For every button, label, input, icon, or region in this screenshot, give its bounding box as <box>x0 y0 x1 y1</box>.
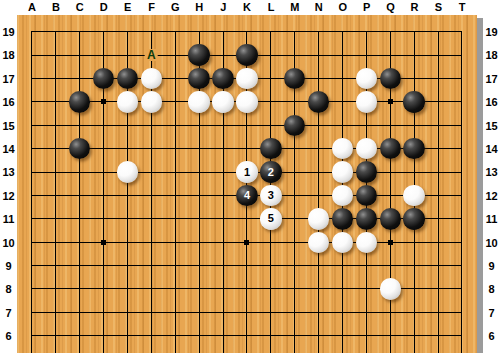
intersection[interactable] <box>283 231 307 254</box>
intersection[interactable] <box>92 184 116 207</box>
intersection[interactable] <box>187 207 211 230</box>
intersection[interactable] <box>450 207 474 230</box>
intersection[interactable] <box>211 207 235 230</box>
intersection[interactable] <box>354 20 378 43</box>
intersection[interactable] <box>211 20 235 43</box>
intersection[interactable]: 1 <box>235 160 259 183</box>
intersection[interactable] <box>116 114 140 137</box>
intersection[interactable] <box>235 90 259 113</box>
intersection[interactable] <box>116 207 140 230</box>
move-number-label: 1 <box>244 167 250 178</box>
intersection[interactable] <box>163 20 187 43</box>
intersection[interactable] <box>354 254 378 277</box>
intersection[interactable] <box>44 301 68 324</box>
intersection[interactable] <box>68 277 92 300</box>
intersection[interactable] <box>116 160 140 183</box>
intersection[interactable] <box>139 114 163 137</box>
intersection[interactable] <box>139 184 163 207</box>
intersection[interactable] <box>68 347 92 353</box>
intersection[interactable] <box>402 184 426 207</box>
intersection[interactable] <box>163 231 187 254</box>
intersection[interactable] <box>354 67 378 90</box>
intersection[interactable] <box>187 254 211 277</box>
intersection[interactable] <box>450 231 474 254</box>
intersection[interactable] <box>402 254 426 277</box>
intersection[interactable] <box>378 20 402 43</box>
intersection[interactable] <box>20 114 44 137</box>
intersection[interactable] <box>402 20 426 43</box>
intersection[interactable] <box>187 160 211 183</box>
intersection[interactable] <box>450 347 474 353</box>
intersection[interactable]: 4 <box>235 184 259 207</box>
intersection[interactable] <box>68 67 92 90</box>
intersection[interactable] <box>20 43 44 66</box>
intersection[interactable] <box>354 160 378 183</box>
intersection[interactable] <box>307 67 331 90</box>
intersection[interactable] <box>307 184 331 207</box>
intersection[interactable] <box>211 90 235 113</box>
intersection[interactable]: 3 <box>259 184 283 207</box>
intersection[interactable] <box>307 301 331 324</box>
intersection[interactable] <box>235 43 259 66</box>
intersection[interactable] <box>307 231 331 254</box>
intersection[interactable] <box>68 184 92 207</box>
intersection[interactable] <box>402 231 426 254</box>
intersection[interactable] <box>44 184 68 207</box>
intersection[interactable] <box>116 20 140 43</box>
intersection[interactable] <box>92 20 116 43</box>
intersection[interactable] <box>116 324 140 347</box>
intersection[interactable] <box>378 67 402 90</box>
intersection[interactable] <box>426 67 450 90</box>
intersection[interactable] <box>139 160 163 183</box>
intersection[interactable] <box>211 301 235 324</box>
intersection[interactable] <box>68 254 92 277</box>
intersection[interactable] <box>187 20 211 43</box>
intersection[interactable] <box>283 207 307 230</box>
intersection[interactable] <box>307 207 331 230</box>
intersection[interactable] <box>20 301 44 324</box>
intersection[interactable] <box>354 114 378 137</box>
intersection[interactable] <box>20 184 44 207</box>
intersection[interactable] <box>187 43 211 66</box>
intersection[interactable] <box>378 324 402 347</box>
intersection[interactable] <box>116 184 140 207</box>
move-number-label: 3 <box>268 190 274 201</box>
intersection[interactable] <box>139 301 163 324</box>
intersection[interactable] <box>139 90 163 113</box>
intersection[interactable] <box>44 114 68 137</box>
intersection[interactable] <box>211 231 235 254</box>
move-3-stone: 3 <box>260 185 282 207</box>
intersection[interactable] <box>259 90 283 113</box>
intersection[interactable] <box>163 43 187 66</box>
intersection[interactable] <box>163 90 187 113</box>
intersection[interactable] <box>44 20 68 43</box>
intersection[interactable] <box>92 254 116 277</box>
intersection[interactable] <box>116 67 140 90</box>
intersection[interactable] <box>402 324 426 347</box>
intersection[interactable] <box>378 254 402 277</box>
intersection[interactable] <box>450 277 474 300</box>
intersection[interactable] <box>20 347 44 353</box>
intersection[interactable] <box>402 301 426 324</box>
intersection[interactable] <box>92 301 116 324</box>
intersection[interactable] <box>283 184 307 207</box>
intersection[interactable] <box>20 254 44 277</box>
intersection[interactable] <box>378 301 402 324</box>
intersection[interactable] <box>354 137 378 160</box>
intersection[interactable] <box>187 137 211 160</box>
intersection[interactable] <box>211 67 235 90</box>
intersection[interactable]: 2 <box>259 160 283 183</box>
intersection[interactable] <box>283 277 307 300</box>
intersection[interactable] <box>378 277 402 300</box>
intersection[interactable] <box>116 254 140 277</box>
intersection[interactable] <box>354 277 378 300</box>
intersection[interactable] <box>426 324 450 347</box>
intersection[interactable] <box>283 324 307 347</box>
intersection[interactable] <box>68 231 92 254</box>
intersection[interactable] <box>92 137 116 160</box>
intersection[interactable] <box>139 277 163 300</box>
intersection[interactable] <box>235 347 259 353</box>
intersection[interactable] <box>331 301 355 324</box>
intersection[interactable] <box>163 277 187 300</box>
intersection[interactable] <box>187 90 211 113</box>
intersection[interactable] <box>92 207 116 230</box>
intersection[interactable] <box>44 207 68 230</box>
intersection[interactable] <box>331 347 355 353</box>
intersection[interactable] <box>331 207 355 230</box>
intersection[interactable] <box>163 67 187 90</box>
intersection[interactable] <box>235 67 259 90</box>
intersection[interactable] <box>331 20 355 43</box>
intersection[interactable] <box>378 184 402 207</box>
intersection[interactable] <box>331 43 355 66</box>
column-label: C <box>68 1 92 13</box>
intersection[interactable] <box>163 301 187 324</box>
intersection[interactable] <box>211 254 235 277</box>
intersection[interactable] <box>402 137 426 160</box>
intersection[interactable] <box>20 277 44 300</box>
intersection[interactable] <box>354 231 378 254</box>
intersection[interactable] <box>259 301 283 324</box>
intersection[interactable] <box>378 137 402 160</box>
black-stone <box>403 208 425 230</box>
intersection[interactable] <box>20 207 44 230</box>
intersection[interactable] <box>378 160 402 183</box>
intersection[interactable] <box>307 90 331 113</box>
intersection[interactable] <box>354 184 378 207</box>
row-label-left: 15 <box>0 119 17 133</box>
intersection[interactable] <box>44 67 68 90</box>
intersection[interactable] <box>378 347 402 353</box>
intersection[interactable] <box>68 160 92 183</box>
intersection[interactable] <box>402 114 426 137</box>
intersection[interactable] <box>116 301 140 324</box>
intersection[interactable]: A <box>139 43 163 66</box>
intersection[interactable] <box>426 184 450 207</box>
intersection[interactable] <box>259 254 283 277</box>
row-label-right: 15 <box>483 119 500 133</box>
intersection[interactable] <box>235 254 259 277</box>
intersection[interactable] <box>163 207 187 230</box>
intersection[interactable] <box>116 347 140 353</box>
intersection[interactable] <box>426 277 450 300</box>
intersection[interactable] <box>450 90 474 113</box>
intersection[interactable] <box>187 347 211 353</box>
intersection[interactable] <box>92 324 116 347</box>
intersection[interactable] <box>68 324 92 347</box>
intersection[interactable] <box>235 207 259 230</box>
intersection[interactable] <box>426 137 450 160</box>
intersection[interactable] <box>450 137 474 160</box>
intersection[interactable] <box>211 160 235 183</box>
intersection[interactable] <box>20 137 44 160</box>
intersection[interactable] <box>426 231 450 254</box>
intersection[interactable] <box>211 347 235 353</box>
intersection[interactable] <box>331 324 355 347</box>
intersection[interactable] <box>259 43 283 66</box>
intersection[interactable] <box>211 184 235 207</box>
intersection[interactable] <box>139 207 163 230</box>
intersection[interactable] <box>259 347 283 353</box>
intersection[interactable] <box>68 43 92 66</box>
intersection[interactable] <box>211 324 235 347</box>
intersection[interactable] <box>68 20 92 43</box>
intersection[interactable] <box>259 20 283 43</box>
intersection[interactable] <box>354 324 378 347</box>
white-stone <box>117 91 139 113</box>
intersection[interactable] <box>44 137 68 160</box>
intersection[interactable] <box>20 90 44 113</box>
row-label-right: 11 <box>483 212 500 226</box>
intersection[interactable] <box>426 347 450 353</box>
intersection[interactable] <box>44 90 68 113</box>
intersection[interactable] <box>44 324 68 347</box>
intersection[interactable] <box>44 231 68 254</box>
intersection[interactable] <box>187 184 211 207</box>
intersection[interactable] <box>283 347 307 353</box>
intersection[interactable] <box>426 20 450 43</box>
white-stone <box>332 185 354 207</box>
intersection[interactable] <box>211 137 235 160</box>
intersection[interactable] <box>307 43 331 66</box>
intersection[interactable] <box>450 114 474 137</box>
intersection[interactable] <box>163 324 187 347</box>
intersection[interactable] <box>283 43 307 66</box>
intersection[interactable] <box>44 43 68 66</box>
intersection[interactable] <box>187 324 211 347</box>
intersection[interactable] <box>426 301 450 324</box>
intersection[interactable] <box>331 90 355 113</box>
intersection[interactable] <box>450 67 474 90</box>
intersection[interactable] <box>44 347 68 353</box>
white-stone <box>356 138 378 160</box>
star-point <box>388 240 393 245</box>
intersection[interactable] <box>163 254 187 277</box>
intersection[interactable] <box>163 184 187 207</box>
intersection[interactable] <box>307 114 331 137</box>
intersection[interactable] <box>20 324 44 347</box>
intersection[interactable] <box>139 324 163 347</box>
intersection[interactable] <box>187 231 211 254</box>
intersection[interactable] <box>68 114 92 137</box>
intersection[interactable] <box>331 114 355 137</box>
intersection[interactable] <box>283 67 307 90</box>
intersection[interactable] <box>187 67 211 90</box>
intersection[interactable] <box>211 277 235 300</box>
intersection[interactable] <box>307 324 331 347</box>
intersection[interactable] <box>378 231 402 254</box>
intersection[interactable] <box>307 277 331 300</box>
intersection[interactable] <box>450 254 474 277</box>
intersection[interactable] <box>139 137 163 160</box>
intersection[interactable] <box>283 254 307 277</box>
intersection[interactable] <box>259 137 283 160</box>
intersection[interactable] <box>211 43 235 66</box>
intersection[interactable] <box>92 347 116 353</box>
intersection[interactable] <box>235 20 259 43</box>
intersection[interactable] <box>426 160 450 183</box>
intersection[interactable] <box>283 301 307 324</box>
intersection[interactable] <box>44 160 68 183</box>
intersection[interactable] <box>450 324 474 347</box>
intersection[interactable] <box>163 114 187 137</box>
row-label-left: 18 <box>0 48 17 62</box>
intersection[interactable] <box>20 231 44 254</box>
intersection[interactable] <box>44 254 68 277</box>
intersection[interactable] <box>163 137 187 160</box>
intersection[interactable] <box>92 43 116 66</box>
intersection[interactable] <box>187 114 211 137</box>
intersection[interactable] <box>331 184 355 207</box>
intersection[interactable] <box>20 67 44 90</box>
intersection[interactable] <box>331 231 355 254</box>
intersection[interactable] <box>116 231 140 254</box>
intersection[interactable] <box>163 347 187 353</box>
star-point <box>244 240 249 245</box>
intersection[interactable] <box>402 67 426 90</box>
intersection[interactable] <box>68 301 92 324</box>
intersection[interactable] <box>235 114 259 137</box>
intersection[interactable] <box>259 231 283 254</box>
intersection[interactable] <box>307 160 331 183</box>
intersection[interactable] <box>211 114 235 137</box>
intersection[interactable] <box>235 231 259 254</box>
intersection[interactable] <box>259 67 283 90</box>
intersection[interactable] <box>116 137 140 160</box>
intersection[interactable] <box>187 277 211 300</box>
intersection[interactable] <box>378 43 402 66</box>
intersection[interactable] <box>259 277 283 300</box>
intersection[interactable] <box>450 184 474 207</box>
intersection[interactable] <box>331 137 355 160</box>
intersection[interactable] <box>331 160 355 183</box>
intersection[interactable] <box>307 254 331 277</box>
intersection[interactable] <box>259 324 283 347</box>
intersection[interactable] <box>235 137 259 160</box>
intersection[interactable] <box>450 160 474 183</box>
intersection[interactable] <box>450 301 474 324</box>
intersection[interactable] <box>92 67 116 90</box>
intersection[interactable] <box>354 90 378 113</box>
intersection[interactable] <box>354 207 378 230</box>
intersection[interactable] <box>139 347 163 353</box>
intersection[interactable] <box>116 277 140 300</box>
intersection[interactable] <box>402 277 426 300</box>
intersection[interactable] <box>378 207 402 230</box>
intersection[interactable] <box>331 277 355 300</box>
intersection[interactable] <box>235 324 259 347</box>
intersection[interactable] <box>402 207 426 230</box>
intersection[interactable] <box>354 347 378 353</box>
intersection[interactable] <box>307 20 331 43</box>
intersection[interactable] <box>283 90 307 113</box>
intersection[interactable] <box>426 114 450 137</box>
intersection[interactable] <box>378 90 402 113</box>
intersection[interactable] <box>92 160 116 183</box>
intersection[interactable] <box>92 231 116 254</box>
intersection[interactable] <box>450 20 474 43</box>
intersection[interactable] <box>68 90 92 113</box>
intersection[interactable] <box>139 67 163 90</box>
intersection[interactable] <box>20 160 44 183</box>
intersection[interactable] <box>235 301 259 324</box>
intersection[interactable] <box>283 137 307 160</box>
intersection[interactable] <box>354 43 378 66</box>
intersection[interactable] <box>283 160 307 183</box>
intersection[interactable] <box>331 67 355 90</box>
intersection[interactable] <box>283 20 307 43</box>
intersection[interactable] <box>116 43 140 66</box>
intersection[interactable] <box>450 43 474 66</box>
intersection[interactable] <box>44 277 68 300</box>
intersection[interactable] <box>426 207 450 230</box>
intersection[interactable] <box>283 114 307 137</box>
intersection[interactable] <box>402 90 426 113</box>
intersection[interactable] <box>307 347 331 353</box>
intersection[interactable] <box>116 90 140 113</box>
intersection[interactable] <box>163 160 187 183</box>
intersection[interactable] <box>354 301 378 324</box>
intersection[interactable] <box>235 277 259 300</box>
intersection[interactable] <box>68 137 92 160</box>
intersection[interactable] <box>139 20 163 43</box>
intersection[interactable] <box>426 43 450 66</box>
intersection[interactable] <box>378 114 402 137</box>
intersection[interactable] <box>139 231 163 254</box>
intersection[interactable] <box>402 347 426 353</box>
intersection[interactable] <box>426 254 450 277</box>
intersection[interactable] <box>307 137 331 160</box>
intersection[interactable] <box>92 277 116 300</box>
black-stone <box>380 138 402 160</box>
intersection[interactable] <box>402 43 426 66</box>
intersection[interactable] <box>259 114 283 137</box>
intersection[interactable] <box>92 114 116 137</box>
intersection[interactable] <box>187 301 211 324</box>
intersection[interactable] <box>402 160 426 183</box>
intersection[interactable] <box>139 254 163 277</box>
intersection[interactable] <box>20 20 44 43</box>
intersection[interactable] <box>426 90 450 113</box>
intersection[interactable] <box>68 207 92 230</box>
intersection[interactable] <box>331 254 355 277</box>
intersection[interactable] <box>92 90 116 113</box>
intersection[interactable]: 5 <box>259 207 283 230</box>
